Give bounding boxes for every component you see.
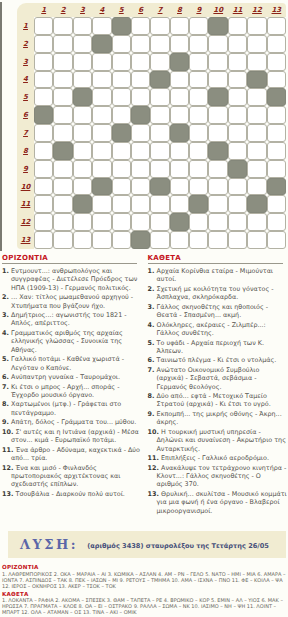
row-headers: 12345678910111213 [17, 17, 34, 249]
black-cell [150, 178, 169, 196]
grid-cell[interactable] [53, 195, 72, 213]
grid-cell[interactable] [150, 142, 169, 160]
down-clues: ΚΑΘΕΤΑ 1. Αρχαία Κορίνθια εταίρα - Μιμού… [148, 254, 288, 516]
grid-cell[interactable] [34, 53, 53, 71]
board-corner [17, 3, 34, 17]
grid-cell[interactable] [112, 53, 131, 71]
grid-cell[interactable] [170, 88, 189, 106]
grid-cell[interactable] [131, 17, 150, 35]
black-cell [247, 71, 266, 89]
grid-cell[interactable] [131, 71, 150, 89]
grid-cell[interactable] [208, 71, 227, 89]
grid-cell[interactable] [131, 178, 150, 196]
black-cell [208, 88, 227, 106]
solution-across-text: 1. ΛΑΘΡΕΜΠΟΡΙΚΟΣ 2. ΟΚΑ – ΜΑΡΑΙΑ – ΑΙ 3.… [2, 571, 286, 589]
grid-cell[interactable] [34, 35, 53, 53]
grid-cell[interactable] [73, 124, 92, 142]
grid-cell[interactable] [92, 213, 111, 231]
grid-cell[interactable] [34, 142, 53, 160]
grid-cell[interactable] [267, 213, 286, 231]
clue-item: 3. Γάλλος σκηνοθέτης και ηθοποιός - Θεατ… [148, 303, 288, 320]
across-heading: ΟΡΙΖΟΝΤΙΑ [2, 254, 137, 264]
grid-cell[interactable] [170, 71, 189, 89]
grid-cell[interactable] [208, 178, 227, 196]
grid-cell[interactable] [112, 213, 131, 231]
clue-item: 10. Σ' αυτές και η Ιντιάνα (αρχικά) - Μέ… [2, 428, 142, 445]
grid-cell[interactable] [170, 142, 189, 160]
grid-cell[interactable] [189, 71, 208, 89]
col-number: 4 [92, 3, 111, 17]
grid-cell[interactable] [247, 231, 266, 249]
grid-cell[interactable] [189, 17, 208, 35]
col-number: 13 [267, 3, 286, 17]
clue-item: 4. Γραμματικός αριθμός της αρχαίας ελλην… [2, 329, 142, 354]
grid-cell[interactable] [267, 160, 286, 178]
grid-cell[interactable] [53, 35, 72, 53]
grid-cell[interactable] [112, 106, 131, 124]
grid-cell[interactable] [131, 35, 150, 53]
col-number: 10 [209, 3, 228, 17]
grid-cell[interactable] [150, 124, 169, 142]
grid-cell[interactable] [267, 124, 286, 142]
row-number: 7 [17, 124, 34, 142]
row-number: 11 [17, 195, 34, 213]
grid-cell[interactable] [92, 195, 111, 213]
row-number: 12 [17, 213, 34, 231]
across-clue-list: 1. Εντμουντ...: ανθρωπολόγος και συγγραφ… [2, 267, 142, 498]
grid-cell[interactable] [228, 142, 247, 160]
grid-cell[interactable] [247, 88, 266, 106]
grid-cell[interactable] [228, 53, 247, 71]
grid-cell[interactable] [73, 53, 92, 71]
clue-item: 13. Θρυλική... σκυλίτσα - Μουσικό κομμάτ… [148, 490, 288, 515]
clue-item: 12. Ανακάλυψε τον τετράχρονο κινητήρα - … [148, 464, 288, 489]
grid-cell[interactable] [247, 53, 266, 71]
black-cell [112, 124, 131, 142]
grid-cell[interactable] [92, 88, 111, 106]
col-number: 5 [112, 3, 131, 17]
grid-cell[interactable] [150, 53, 169, 71]
grid-cell[interactable] [208, 195, 227, 213]
col-number: 3 [73, 3, 92, 17]
grid-cell[interactable] [150, 106, 169, 124]
row-number: 8 [17, 142, 34, 160]
grid-cell[interactable] [53, 178, 72, 196]
grid-cell[interactable] [34, 231, 53, 249]
black-cell [131, 231, 150, 249]
clue-item: 11. Ένα άρθρο - Αδύναμα, καχεκτικά - Δύο… [2, 446, 142, 463]
black-cell [53, 142, 72, 160]
clue-item: 2. ... Χαν: τίτλος μωαμεθανού αρχηγού - … [2, 293, 142, 310]
down-heading: ΚΑΘΕΤΑ [148, 254, 283, 264]
clue-item: 8. Δύο από... εφτά - Μετοχικό Ταμείο Στρ… [148, 392, 288, 409]
black-cell [73, 195, 92, 213]
grid-cell[interactable] [112, 231, 131, 249]
grid-cell[interactable] [267, 142, 286, 160]
grid-cell[interactable] [112, 195, 131, 213]
crossword-grid [34, 17, 286, 249]
grid-cell[interactable] [208, 124, 227, 142]
clue-item: 5. Γαλλικό ποτάμι - Καθένα χωριστά - Λεγ… [2, 355, 142, 372]
col-headers: 12345678910111213 [34, 3, 286, 17]
solution-info: (αριθμός 3438) σταυρολέξου της Τετάρτης … [87, 540, 269, 550]
grid-cell[interactable] [150, 17, 169, 35]
clue-item: 6. Ανύπαντρη γυναίκα - Ταυρομάχοι. [2, 373, 142, 381]
grid-cell[interactable] [34, 195, 53, 213]
grid-cell[interactable] [170, 231, 189, 249]
grid-cell[interactable] [73, 17, 92, 35]
col-number: 1 [34, 3, 53, 17]
clue-item: 4. Ολόκληρες, ακέραιες - Ζιλμπέρ...: Γάλ… [148, 321, 288, 338]
grid-cell[interactable] [267, 35, 286, 53]
grid-cell[interactable] [267, 17, 286, 35]
col-number: 11 [228, 3, 247, 17]
grid-cell[interactable] [34, 17, 53, 35]
clue-item: 8. Χαρτωμένοι (μτφ.) - Γράφεται στο πεντ… [2, 400, 142, 417]
grid-cell[interactable] [267, 71, 286, 89]
grid-cell[interactable] [131, 53, 150, 71]
grid-cell[interactable] [150, 35, 169, 53]
grid-cell[interactable] [267, 195, 286, 213]
col-number: 8 [170, 3, 189, 17]
black-cell [228, 160, 247, 178]
solution-down-text: 1. ΛΟΚΑΝΤΑ – ΡΑΦΙΑ 2. ΑΚΟΜΑ – ΣΠΕΣΕΚ 3. … [2, 597, 286, 615]
solution-label: ΛΥΣΗ: [20, 537, 78, 552]
grid-cell[interactable] [228, 88, 247, 106]
grid-cell[interactable] [150, 231, 169, 249]
grid-cell[interactable] [53, 17, 72, 35]
grid-cell[interactable] [189, 231, 208, 249]
grid-cell[interactable] [92, 124, 111, 142]
grid-cell[interactable] [208, 53, 227, 71]
grid-cell[interactable] [53, 88, 72, 106]
grid-cell[interactable] [228, 213, 247, 231]
crossword-page: 12345678910111213 12345678910111213 ΟΡΙΖ… [0, 0, 288, 617]
clue-item: 1. Αρχαία Κορίνθια εταίρα - Μιμούνται αυ… [148, 267, 288, 284]
grid-cell[interactable] [131, 213, 150, 231]
solution-text-section: ΟΡΙΖΟΝΤΙΑ 1. ΛΑΘΡΕΜΠΟΡΙΚΟΣ 2. ΟΚΑ – ΜΑΡΑ… [2, 562, 286, 615]
grid-cell[interactable] [92, 53, 111, 71]
grid-cell[interactable] [189, 124, 208, 142]
grid-cell[interactable] [73, 106, 92, 124]
grid-cell[interactable] [189, 35, 208, 53]
grid-cell[interactable] [53, 124, 72, 142]
col-number: 6 [131, 3, 150, 17]
solution-across-heading: ΟΡΙΖΟΝΤΙΑ [2, 564, 286, 570]
grid-cell[interactable] [170, 17, 189, 35]
grid-cell[interactable] [53, 53, 72, 71]
clue-item: 7. Κι έτσι ο μπρος - Αρχή... σποράς - Έγ… [2, 383, 142, 400]
black-cell [73, 88, 92, 106]
left-column-rule [0, 2, 2, 251]
clue-item: 9. Εκπομπή... της μικρής οθόνης - Άκρη..… [148, 410, 288, 427]
grid-cell[interactable] [150, 88, 169, 106]
grid-cell[interactable] [189, 213, 208, 231]
black-cell [34, 106, 53, 124]
grid-cell[interactable] [247, 160, 266, 178]
grid-cell[interactable] [53, 213, 72, 231]
black-cell [208, 142, 227, 160]
solution-down-heading: ΚΑΘΕΤΑ [2, 591, 286, 597]
grid-cell[interactable] [267, 53, 286, 71]
grid-cell[interactable] [208, 160, 227, 178]
black-cell [267, 88, 286, 106]
grid-cell[interactable] [247, 213, 266, 231]
grid-cell[interactable] [34, 213, 53, 231]
black-cell [170, 53, 189, 71]
grid-cell[interactable] [73, 35, 92, 53]
clue-item: 12. Ένα και μισό - Φινλανδός πρωτοποριακ… [2, 464, 142, 489]
grid-cell[interactable] [247, 142, 266, 160]
grid-cell[interactable] [247, 106, 266, 124]
grid-cell[interactable] [228, 17, 247, 35]
grid-cell[interactable] [34, 71, 53, 89]
grid-cell[interactable] [228, 35, 247, 53]
col-number: 12 [247, 3, 266, 17]
grid-cell[interactable] [112, 71, 131, 89]
row-number: 9 [17, 160, 34, 178]
grid-cell[interactable] [228, 195, 247, 213]
grid-cell[interactable] [189, 106, 208, 124]
black-cell [208, 17, 227, 35]
grid-cell[interactable] [73, 178, 92, 196]
clue-item: 6. Ταινιωτό πλέγμα - Κι έτσι ο ντολμάς. [148, 356, 288, 364]
grid-cell[interactable] [53, 106, 72, 124]
clue-item: 2. Σχετική με κοιλότητα του γόνατος - Άσ… [148, 285, 288, 302]
grid-cell[interactable] [73, 231, 92, 249]
down-clue-list: 1. Αρχαία Κορίνθια εταίρα - Μιμούνται αυ… [148, 267, 288, 515]
row-number: 10 [17, 178, 34, 196]
grid-cell[interactable] [247, 17, 266, 35]
grid-cell[interactable] [131, 142, 150, 160]
clue-item: 7. Ανώτατο Οικονομικό Συμβούλιο (αρχικά)… [148, 366, 288, 391]
clue-item: 3. Δημήτριος...: αγωνιστής του 1821 - Απ… [2, 311, 142, 328]
grid-cell[interactable] [228, 124, 247, 142]
grid-cell[interactable] [112, 142, 131, 160]
row-number: 4 [17, 71, 34, 89]
grid-cell[interactable] [53, 231, 72, 249]
solution-banner: ΛΥΣΗ: (αριθμός 3438) σταυρολέξου της Τετ… [8, 531, 286, 558]
grid-cell[interactable] [112, 88, 131, 106]
grid-cell[interactable] [73, 142, 92, 160]
black-cell [247, 195, 266, 213]
clue-item: 11. Επιπλήξεις - Γαλλικό αεροδρόμιο. [148, 454, 288, 462]
grid-cell[interactable] [92, 160, 111, 178]
col-number: 9 [189, 3, 208, 17]
grid-cell[interactable] [170, 160, 189, 178]
grid-cell[interactable] [150, 160, 169, 178]
grid-cell[interactable] [208, 106, 227, 124]
grid-cell[interactable] [92, 71, 111, 89]
grid-cell[interactable] [228, 231, 247, 249]
grid-cell[interactable] [131, 88, 150, 106]
col-number: 2 [53, 3, 72, 17]
clue-item: 13. Τσουβάλια - Διαρκούν πολύ αυτοί. [2, 490, 142, 498]
clue-item: 1. Εντμουντ...: ανθρωπολόγος και συγγραφ… [2, 267, 142, 292]
black-cell [170, 124, 189, 142]
grid-cell[interactable] [131, 160, 150, 178]
grid-cell[interactable] [73, 160, 92, 178]
grid-cell[interactable] [92, 106, 111, 124]
grid-cell[interactable] [189, 160, 208, 178]
grid-cell[interactable] [208, 213, 227, 231]
across-clues: ΟΡΙΖΟΝΤΙΑ 1. Εντμουντ...: ανθρωπολόγος κ… [2, 254, 142, 516]
grid-cell[interactable] [228, 106, 247, 124]
grid-cell[interactable] [112, 160, 131, 178]
row-number: 1 [17, 17, 34, 35]
grid-cell[interactable] [73, 213, 92, 231]
grid-cell[interactable] [112, 35, 131, 53]
grid-cell[interactable] [170, 35, 189, 53]
grid-cell[interactable] [34, 124, 53, 142]
grid-cell[interactable] [34, 88, 53, 106]
row-number: 3 [17, 53, 34, 71]
grid-cell[interactable] [92, 142, 111, 160]
black-cell [189, 195, 208, 213]
grid-cell[interactable] [53, 160, 72, 178]
grid-cell[interactable] [34, 160, 53, 178]
grid-cell[interactable] [247, 178, 266, 196]
clue-item: 10. Η τουρκική μυστική υπηρεσία - Δηλώνε… [148, 428, 288, 453]
grid-cell[interactable] [267, 231, 286, 249]
row-number: 6 [17, 106, 34, 124]
grid-cell[interactable] [228, 178, 247, 196]
grid-cell[interactable] [112, 178, 131, 196]
col-number: 7 [150, 3, 169, 17]
grid-cell[interactable] [189, 88, 208, 106]
grid-cell[interactable] [170, 195, 189, 213]
grid-cell[interactable] [150, 195, 169, 213]
grid-cell[interactable] [170, 178, 189, 196]
black-cell [267, 178, 286, 196]
grid-cell[interactable] [131, 195, 150, 213]
black-cell [92, 35, 111, 53]
clue-item: 5. Το υφάδι - Αρχαία περιοχή των Κ. Άλπε… [148, 339, 288, 356]
black-cell [92, 178, 111, 196]
grid-cell[interactable] [208, 35, 227, 53]
black-cell [131, 106, 150, 124]
grid-cell[interactable] [73, 71, 92, 89]
row-number: 2 [17, 35, 34, 53]
grid-cell[interactable] [247, 124, 266, 142]
row-number: 5 [17, 88, 34, 106]
row-number: 13 [17, 231, 34, 249]
grid-cell[interactable] [189, 178, 208, 196]
grid-cell[interactable] [53, 71, 72, 89]
grid-cell[interactable] [247, 35, 266, 53]
crossword-board: 12345678910111213 12345678910111213 [17, 3, 286, 249]
grid-cell[interactable] [131, 124, 150, 142]
clue-item: 9. Απάτη, δόλος - Γράμματα του... μύθου. [2, 418, 142, 426]
grid-cell[interactable] [208, 231, 227, 249]
grid-cell[interactable] [92, 17, 111, 35]
black-cell [112, 17, 131, 35]
grid-cell[interactable] [267, 106, 286, 124]
grid-cell[interactable] [170, 106, 189, 124]
grid-cell[interactable] [228, 71, 247, 89]
grid-cell[interactable] [189, 142, 208, 160]
grid-cell[interactable] [34, 178, 53, 196]
black-cell [170, 213, 189, 231]
grid-cell[interactable] [150, 213, 169, 231]
clues-section: ΟΡΙΖΟΝΤΙΑ 1. Εντμουντ...: ανθρωπολόγος κ… [2, 254, 287, 516]
black-cell [150, 71, 169, 89]
grid-cell[interactable] [92, 231, 111, 249]
grid-cell[interactable] [189, 53, 208, 71]
